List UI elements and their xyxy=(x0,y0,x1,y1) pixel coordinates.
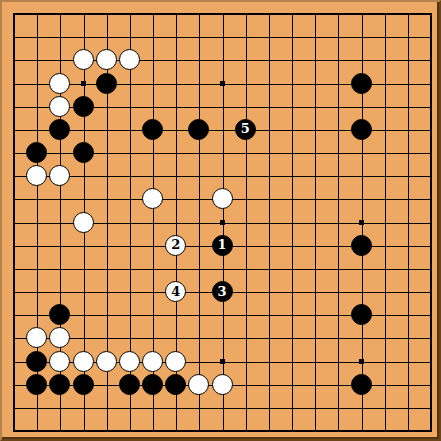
stone-black[interactable] xyxy=(26,142,47,163)
move-number-label: 5 xyxy=(241,122,250,135)
stone-black[interactable] xyxy=(351,235,372,256)
star-point xyxy=(359,220,364,225)
go-board[interactable]: 52143 xyxy=(0,0,441,441)
stone-white[interactable] xyxy=(212,374,233,395)
star-point xyxy=(220,81,225,86)
stone-white[interactable] xyxy=(49,73,70,94)
star-point xyxy=(359,359,364,364)
stone-black[interactable] xyxy=(73,96,94,117)
stone-white-move-2[interactable]: 2 xyxy=(165,235,186,256)
move-number-label: 2 xyxy=(171,238,180,251)
stone-black[interactable] xyxy=(73,142,94,163)
move-number-label: 1 xyxy=(217,238,226,251)
stone-white[interactable] xyxy=(73,212,94,233)
stone-black[interactable] xyxy=(165,374,186,395)
stone-black[interactable] xyxy=(119,374,140,395)
star-point xyxy=(220,359,225,364)
stone-white-move-4[interactable]: 4 xyxy=(165,281,186,302)
stone-black[interactable] xyxy=(351,73,372,94)
stone-white[interactable] xyxy=(142,351,163,372)
stone-black[interactable] xyxy=(142,119,163,140)
stone-white[interactable] xyxy=(188,374,209,395)
stone-black-move-3[interactable]: 3 xyxy=(212,281,233,302)
stone-white[interactable] xyxy=(49,96,70,117)
stone-white[interactable] xyxy=(96,351,117,372)
move-number-label: 3 xyxy=(217,285,226,298)
stone-white[interactable] xyxy=(212,188,233,209)
stone-black[interactable] xyxy=(26,374,47,395)
star-point xyxy=(81,81,86,86)
stone-black[interactable] xyxy=(351,304,372,325)
stone-white[interactable] xyxy=(119,351,140,372)
stone-white[interactable] xyxy=(165,351,186,372)
stone-white[interactable] xyxy=(49,351,70,372)
stone-white[interactable] xyxy=(96,49,117,70)
stone-white[interactable] xyxy=(73,351,94,372)
star-point xyxy=(220,220,225,225)
stone-black[interactable] xyxy=(26,351,47,372)
stone-black[interactable] xyxy=(49,374,70,395)
stone-black-move-5[interactable]: 5 xyxy=(235,119,256,140)
stone-black[interactable] xyxy=(142,374,163,395)
move-number-label: 4 xyxy=(171,285,180,298)
stone-black[interactable] xyxy=(73,374,94,395)
stone-black[interactable] xyxy=(351,374,372,395)
stone-white[interactable] xyxy=(73,49,94,70)
stone-black[interactable] xyxy=(351,119,372,140)
stone-black-move-1[interactable]: 1 xyxy=(212,235,233,256)
stone-black[interactable] xyxy=(96,73,117,94)
